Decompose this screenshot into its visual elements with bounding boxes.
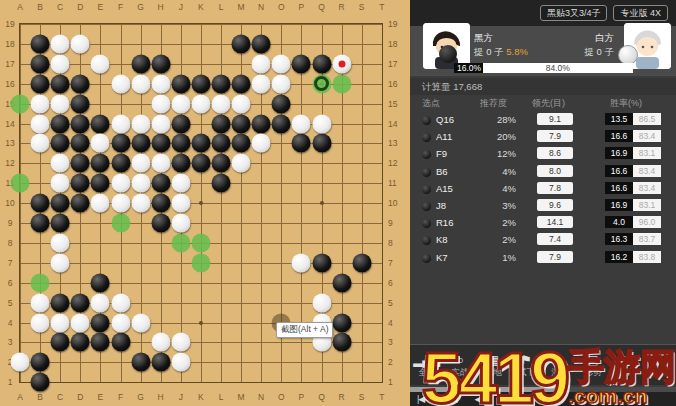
toolbar-label: 实战 xyxy=(451,368,468,377)
pro-version-tag[interactable]: 专业版 4X xyxy=(613,5,668,21)
black-stone xyxy=(191,74,210,93)
black-stone xyxy=(91,333,110,352)
candidate-recommend: 2% xyxy=(476,217,516,228)
black-stone xyxy=(51,74,70,93)
white-stone xyxy=(111,114,130,133)
coord-label-top: K xyxy=(198,2,204,12)
coord-label-right: 1 xyxy=(388,377,404,387)
black-stone xyxy=(31,214,50,233)
coord-label-left: 13 xyxy=(3,138,17,148)
candidate-recommend: 28% xyxy=(476,114,516,125)
white-stone xyxy=(252,74,271,93)
candidate-lead: 7.4 xyxy=(537,233,573,245)
candidate-table: Q1628%9.113.586.5A1120%7.916.683.4F912%8… xyxy=(410,112,676,267)
candidate-lead: 7.8 xyxy=(537,182,573,194)
coord-label-right: 5 xyxy=(388,298,404,308)
white-stone xyxy=(91,194,110,213)
black-stone xyxy=(71,293,90,312)
candidate-row[interactable]: F912%8.616.983.1 xyxy=(410,146,676,163)
toolbar-button-dots[interactable]: ▤形势 xyxy=(576,345,609,385)
black-stone xyxy=(111,333,130,352)
black-stone xyxy=(191,154,210,173)
toolbar-label: 形势 xyxy=(584,368,601,377)
black-stone xyxy=(212,114,231,133)
last-move-marker xyxy=(338,60,345,67)
black-stone xyxy=(71,74,90,93)
coord-label-bottom: F xyxy=(118,392,123,402)
white-stone xyxy=(252,54,271,73)
candidate-black-rate: 16.2 xyxy=(605,251,633,263)
black-stone xyxy=(312,134,331,153)
candidate-white-rate: 96.0 xyxy=(633,216,661,228)
white-stone xyxy=(171,194,190,213)
candidate-point: A15 xyxy=(436,183,453,194)
analysis-panel: 黑贴3又3/4子 专业版 4X 黑方 提 0 子 5.8% xyxy=(410,0,676,406)
suggestion-marker[interactable] xyxy=(31,273,50,292)
toolbar-button-save[interactable]: ▣保存 xyxy=(610,345,643,385)
black-player-captures: 提 0 子 5.8% xyxy=(474,46,528,59)
toolbar-button-grid[interactable]: ▦领地 xyxy=(477,345,510,385)
black-stone xyxy=(91,174,110,193)
white-stone xyxy=(91,54,110,73)
candidate-black-rate: 16.6 xyxy=(605,165,633,177)
coord-label-left: 12 xyxy=(3,158,17,168)
top-suggestion-ring xyxy=(314,76,329,91)
coord-label-right: 3 xyxy=(388,337,404,347)
black-stone xyxy=(51,333,70,352)
coord-label-right: 19 xyxy=(388,19,404,29)
coord-label-right: 18 xyxy=(388,39,404,49)
black-stone xyxy=(71,114,90,133)
coord-label-top: A xyxy=(17,2,23,12)
white-stone xyxy=(171,333,190,352)
black-stone xyxy=(31,34,50,53)
candidate-recommend: 4% xyxy=(476,183,516,194)
coord-label-bottom: J xyxy=(179,392,183,402)
white-stone xyxy=(51,174,70,193)
candidate-white-rate: 83.1 xyxy=(633,147,661,159)
coord-label-top: D xyxy=(77,2,83,12)
black-stone xyxy=(252,114,271,133)
black-stone xyxy=(71,134,90,153)
candidate-recommend: 3% xyxy=(476,200,516,211)
black-stone xyxy=(131,134,150,153)
white-stone xyxy=(312,114,331,133)
candidate-row[interactable]: K82%7.416.383.7 xyxy=(410,232,676,249)
white-stone xyxy=(51,233,70,252)
white-stone xyxy=(111,293,130,312)
black-stone xyxy=(131,54,150,73)
candidate-black-rate: 16.6 xyxy=(605,182,633,194)
candidate-black-rate: 4.0 xyxy=(605,216,633,228)
coord-label-right: 8 xyxy=(388,238,404,248)
white-stone xyxy=(272,54,291,73)
black-stone xyxy=(252,34,271,53)
candidate-black-rate: 16.9 xyxy=(605,199,633,211)
toolbar-button-flag[interactable]: ⚑试下 xyxy=(510,345,543,385)
candidate-row[interactable]: A1120%7.916.683.4 xyxy=(410,129,676,146)
black-stone xyxy=(212,174,231,193)
white-stone xyxy=(31,94,50,113)
white-stone xyxy=(111,194,130,213)
coord-label-right: 2 xyxy=(388,357,404,367)
toolbar-label: 全局 xyxy=(418,368,435,377)
coord-label-bottom: T xyxy=(379,392,384,402)
suggestion-marker[interactable] xyxy=(11,94,30,113)
winrate-white-segment: 84.0% xyxy=(483,63,633,73)
white-stone xyxy=(232,154,251,173)
toolbar-button-circle[interactable]: ○实战 xyxy=(443,345,476,385)
black-stone xyxy=(272,94,291,113)
black-stone xyxy=(91,114,110,133)
coord-label-right: 6 xyxy=(388,278,404,288)
coord-label-top: R xyxy=(339,2,345,12)
black-stone xyxy=(171,74,190,93)
coord-label-bottom: B xyxy=(37,392,43,402)
chart-icon: ▂▄▆ xyxy=(413,354,440,367)
header-winrate: 胜率(%) xyxy=(610,97,642,110)
candidate-black-rate: 16.6 xyxy=(605,130,633,142)
save-icon: ▣ xyxy=(620,354,631,367)
white-stone xyxy=(31,293,50,312)
coord-label-left: 6 xyxy=(3,278,17,288)
coord-label-left: 19 xyxy=(3,19,17,29)
white-stone xyxy=(31,114,50,133)
candidate-lead: 7.9 xyxy=(537,251,573,263)
toolbar-label: 保存 xyxy=(618,368,635,377)
toolbar-label: 清除 xyxy=(551,368,568,377)
coord-label-bottom: P xyxy=(299,392,305,402)
coord-label-bottom: K xyxy=(198,392,204,402)
coord-label-bottom: O xyxy=(278,392,285,402)
black-stone xyxy=(332,333,351,352)
white-stone xyxy=(51,313,70,332)
candidate-white-rate: 83.4 xyxy=(633,130,661,142)
coord-label-right: 16 xyxy=(388,79,404,89)
coord-label-bottom: Q xyxy=(318,392,325,402)
coord-label-left: 14 xyxy=(3,119,17,129)
coord-label-left: 5 xyxy=(3,298,17,308)
coord-label-right: 17 xyxy=(388,59,404,69)
black-stone xyxy=(312,54,331,73)
candidate-point: K8 xyxy=(436,234,448,245)
white-stone xyxy=(131,194,150,213)
candidate-lead: 8.6 xyxy=(537,147,573,159)
candidate-lead: 14.1 xyxy=(537,216,573,228)
black-stone-icon xyxy=(422,150,431,159)
white-stone xyxy=(171,353,190,372)
coord-label-right: 10 xyxy=(388,198,404,208)
white-player-name: 白方 xyxy=(595,32,614,45)
black-stone xyxy=(31,373,50,392)
black-stone xyxy=(71,154,90,173)
coord-label-left: 4 xyxy=(3,318,17,328)
suggestion-marker[interactable] xyxy=(332,74,351,93)
coord-label-bottom: N xyxy=(258,392,264,402)
black-stone xyxy=(131,353,150,372)
coord-label-top: F xyxy=(118,2,123,12)
white-stone xyxy=(131,313,150,332)
top-suggestion-marker[interactable] xyxy=(312,74,331,93)
black-stone xyxy=(332,313,351,332)
white-stone xyxy=(91,293,110,312)
coord-label-bottom: L xyxy=(219,392,224,402)
candidate-point: J8 xyxy=(436,200,446,211)
black-stone xyxy=(272,114,291,133)
coord-label-right: 13 xyxy=(388,138,404,148)
candidate-row[interactable]: Q1628%9.113.586.5 xyxy=(410,112,676,129)
coord-label-left: 7 xyxy=(3,258,17,268)
candidate-black-rate: 13.5 xyxy=(605,113,633,125)
suggestion-marker[interactable] xyxy=(171,233,190,252)
black-stone-icon xyxy=(422,185,431,194)
black-stone xyxy=(71,94,90,113)
white-stone xyxy=(171,174,190,193)
black-stone xyxy=(111,134,130,153)
toolbar-button-brush[interactable]: ✎清除 xyxy=(543,345,576,385)
black-extra-percent: 5.8% xyxy=(506,46,528,57)
coord-label-bottom: H xyxy=(158,392,164,402)
candidate-row[interactable]: A154%7.816.683.4 xyxy=(410,181,676,198)
white-stone xyxy=(111,313,130,332)
white-stone xyxy=(312,293,331,312)
black-stone xyxy=(151,54,170,73)
white-stone-badge xyxy=(618,45,638,65)
coord-label-bottom: M xyxy=(238,392,245,402)
header-recommend: 推荐度 xyxy=(480,97,507,110)
black-stone xyxy=(151,194,170,213)
candidate-row[interactable]: K71%7.916.283.8 xyxy=(410,250,676,267)
black-stone xyxy=(51,214,70,233)
candidate-black-rate: 16.3 xyxy=(605,233,633,245)
step-back-button[interactable]: ◀ xyxy=(464,394,491,404)
playback-bar: |◀◀◀◀◀◀□ xyxy=(410,392,676,406)
black-stone xyxy=(151,134,170,153)
candidate-row[interactable]: R162%14.14.096.0 xyxy=(410,215,676,232)
black-stone xyxy=(31,54,50,73)
white-stone xyxy=(151,94,170,113)
white-stone xyxy=(71,313,90,332)
black-stone xyxy=(71,174,90,193)
coord-label-top: S xyxy=(359,2,365,12)
suggestion-marker[interactable] xyxy=(191,233,210,252)
star-point xyxy=(199,321,203,325)
white-stone xyxy=(151,74,170,93)
coord-label-top: N xyxy=(258,2,264,12)
coord-label-bottom: D xyxy=(77,392,83,402)
star-point xyxy=(320,201,324,205)
coord-label-top: C xyxy=(57,2,63,12)
white-stone xyxy=(131,174,150,193)
black-stone-badge xyxy=(439,45,457,63)
white-stone xyxy=(151,333,170,352)
white-stone xyxy=(51,54,70,73)
white-stone xyxy=(111,174,130,193)
candidate-recommend: 4% xyxy=(476,166,516,177)
black-stone-icon xyxy=(422,236,431,245)
coord-label-right: 7 xyxy=(388,258,404,268)
candidate-white-rate: 83.1 xyxy=(633,199,661,211)
white-stone xyxy=(131,74,150,93)
black-stone xyxy=(51,293,70,312)
coord-label-top: T xyxy=(379,2,384,12)
brush-icon: ✎ xyxy=(555,354,565,367)
black-stone xyxy=(31,74,50,93)
white-stone xyxy=(252,134,271,153)
black-stone xyxy=(292,54,311,73)
toolbar-button-collapse[interactable]: ∧ xyxy=(643,345,676,385)
toolbar-label: 试下 xyxy=(518,368,535,377)
white-stone xyxy=(292,114,311,133)
coord-label-left: 10 xyxy=(3,198,17,208)
black-stone-icon xyxy=(422,168,431,177)
black-stone-icon xyxy=(422,219,431,228)
komi-tag[interactable]: 黑贴3又3/4子 xyxy=(540,5,608,21)
coord-label-right: 4 xyxy=(388,318,404,328)
candidate-lead: 8.0 xyxy=(537,165,573,177)
coord-label-right: 9 xyxy=(388,218,404,228)
candidate-recommend: 12% xyxy=(476,148,516,159)
candidate-point: K7 xyxy=(436,252,448,263)
fast-rewind-button[interactable]: ◀◀ xyxy=(437,394,464,404)
white-stone xyxy=(151,154,170,173)
coord-label-top: B xyxy=(37,2,43,12)
candidate-recommend: 1% xyxy=(476,252,516,263)
black-stone xyxy=(51,114,70,133)
black-stone xyxy=(111,154,130,173)
candidate-recommend: 2% xyxy=(476,234,516,245)
black-stone xyxy=(151,353,170,372)
candidate-lead: 9.1 xyxy=(537,113,573,125)
candidate-lead: 7.9 xyxy=(537,130,573,142)
black-stone xyxy=(212,154,231,173)
white-stone xyxy=(272,74,291,93)
toolbar-button-chart[interactable]: ▂▄▆全局 xyxy=(410,345,443,385)
suggestion-marker[interactable] xyxy=(191,253,210,272)
white-stone xyxy=(91,134,110,153)
white-stone xyxy=(232,94,251,113)
black-stone xyxy=(171,154,190,173)
coord-label-right: 15 xyxy=(388,99,404,109)
black-stone-icon xyxy=(422,116,431,125)
white-stone xyxy=(111,74,130,93)
suggestion-marker[interactable] xyxy=(111,214,130,233)
black-stone xyxy=(171,134,190,153)
candidate-point: F9 xyxy=(436,148,447,159)
coord-label-left: 8 xyxy=(3,238,17,248)
coord-label-top: M xyxy=(238,2,245,12)
black-stone xyxy=(31,353,50,372)
coord-label-left: 18 xyxy=(3,39,17,49)
black-stone xyxy=(232,74,251,93)
coord-label-top: G xyxy=(137,2,144,12)
coord-label-right: 12 xyxy=(388,158,404,168)
white-stone xyxy=(31,313,50,332)
candidate-point: A11 xyxy=(436,131,452,142)
black-stone xyxy=(292,134,311,153)
dots-icon: ▤ xyxy=(587,354,598,367)
coord-label-bottom: G xyxy=(137,392,144,402)
candidate-white-rate: 83.4 xyxy=(633,165,661,177)
white-stone xyxy=(171,94,190,113)
header-point: 选点 xyxy=(422,97,440,110)
candidate-row[interactable]: J83%9.616.983.1 xyxy=(410,198,676,215)
candidate-point: Q16 xyxy=(436,114,454,125)
coord-label-left: 17 xyxy=(3,59,17,69)
white-stone xyxy=(212,94,231,113)
candidate-lead: 9.6 xyxy=(537,199,573,211)
white-stone xyxy=(151,114,170,133)
candidate-row[interactable]: B64%8.016.683.4 xyxy=(410,164,676,181)
screenshot-tooltip: 截图(Alt + A) xyxy=(276,322,333,338)
circle-icon: ○ xyxy=(456,354,463,367)
white-stone xyxy=(292,253,311,272)
white-stone xyxy=(191,94,210,113)
black-stone xyxy=(232,34,251,53)
candidate-point: B6 xyxy=(436,166,448,177)
coord-label-left: 9 xyxy=(3,218,17,228)
go-board[interactable]: AABBCCDDEEFFGGHHJJKKLLMMNNOOPPQQRRSSTT11… xyxy=(0,0,410,406)
black-stone-icon xyxy=(422,202,431,211)
black-stone xyxy=(212,134,231,153)
black-stone xyxy=(71,333,90,352)
black-stone xyxy=(91,273,110,292)
table-header: 选点 推荐度 领先(目) 胜率(%) xyxy=(410,97,676,111)
coord-label-top: H xyxy=(158,2,164,12)
delete-back-button[interactable]: ◀□ xyxy=(491,394,518,404)
white-stone xyxy=(51,94,70,113)
white-stone xyxy=(71,34,90,53)
white-stone xyxy=(131,154,150,173)
winrate-black-segment: 16.0% xyxy=(454,63,483,73)
white-stone xyxy=(131,114,150,133)
black-stone xyxy=(332,273,351,292)
black-player-name: 黑方 xyxy=(474,32,493,45)
computation-count: 计算量 17,668 xyxy=(410,78,676,95)
candidate-white-rate: 83.8 xyxy=(633,251,661,263)
collapse-icon: ∧ xyxy=(655,358,664,371)
coord-label-left: 16 xyxy=(3,79,17,89)
coord-label-bottom: A xyxy=(17,392,23,402)
white-stone xyxy=(171,214,190,233)
coord-label-top: L xyxy=(219,2,224,12)
candidate-point: R16 xyxy=(436,217,453,228)
black-stone-icon xyxy=(422,133,431,142)
black-stone xyxy=(171,114,190,133)
coord-label-left: 1 xyxy=(3,377,17,387)
coord-label-top: P xyxy=(299,2,305,12)
coord-label-bottom: R xyxy=(339,392,345,402)
flag-icon: ⚑ xyxy=(521,354,532,367)
black-stone xyxy=(352,253,371,272)
bottom-toolbar: ▂▄▆全局○实战▦领地⚑试下✎清除▤形势▣保存∧ xyxy=(410,344,676,385)
skip-to-start-button[interactable]: |◀◀ xyxy=(410,394,437,404)
app-window: AABBCCDDEEFFGGHHJJKKLLMMNNOOPPQQRRSSTT11… xyxy=(0,0,676,406)
winrate-bar: 16.0% 84.0% xyxy=(454,63,633,73)
suggestion-marker[interactable] xyxy=(11,174,30,193)
black-stone xyxy=(51,134,70,153)
white-stone xyxy=(11,353,30,372)
white-stone xyxy=(51,154,70,173)
coord-label-top: O xyxy=(278,2,285,12)
black-stone xyxy=(51,194,70,213)
white-stone xyxy=(51,34,70,53)
coord-label-top: Q xyxy=(318,2,325,12)
star-point xyxy=(199,201,203,205)
black-stone-icon xyxy=(422,254,431,263)
candidate-black-rate: 16.9 xyxy=(605,147,633,159)
black-stone xyxy=(91,313,110,332)
